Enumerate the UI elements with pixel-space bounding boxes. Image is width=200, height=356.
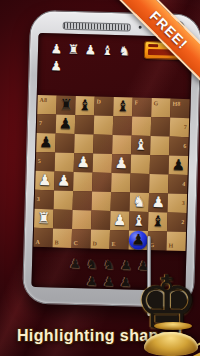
square-a1[interactable]: A [34, 228, 54, 248]
captured-black-knight: ♞ [83, 255, 100, 272]
speaker-grille [63, 22, 131, 32]
square-d5[interactable] [93, 153, 113, 173]
statue-gold-base [144, 332, 198, 356]
square-c1[interactable]: C [72, 229, 92, 249]
black-pawn-h5: ♟ [169, 156, 189, 176]
square-f4[interactable] [130, 174, 150, 194]
black-bishop-c8: ♝ [75, 96, 95, 116]
square-b8[interactable]: ♜ [56, 95, 76, 115]
square-e2[interactable]: ♟ [110, 211, 130, 231]
white-pawn-c5: ♟ [74, 153, 94, 173]
square-d3[interactable] [92, 191, 112, 211]
square-e6[interactable] [112, 135, 132, 155]
coordinate-label-d8: D [97, 99, 102, 105]
captured-black-pawn: ♟ [117, 256, 134, 273]
coordinate-label-h2: 2 [181, 219, 184, 225]
square-c5[interactable]: ♟ [74, 153, 94, 173]
captured-white-rook: ♜ [65, 41, 82, 58]
square-a4[interactable]: ♟ [35, 171, 55, 191]
white-knight-f3: ♞ [130, 193, 150, 213]
white-pawn-e5: ♟ [112, 154, 132, 174]
coordinate-label-e1: E [112, 241, 116, 247]
square-e8[interactable]: ♝ [113, 97, 133, 117]
square-e5[interactable]: ♟ [112, 154, 132, 174]
coordinate-label-c1: C [74, 240, 79, 246]
white-pawn-b4: ♟ [54, 171, 74, 191]
square-d7[interactable] [94, 115, 114, 135]
square-h5[interactable]: ♟ [169, 156, 189, 176]
coordinate-label-a8: A8 [40, 97, 48, 103]
captured-black-pawn: ♟ [117, 273, 134, 290]
square-b5[interactable] [55, 152, 75, 172]
square-f7[interactable] [132, 117, 152, 137]
square-e3[interactable] [111, 192, 131, 212]
square-f2[interactable]: ♝ [129, 212, 149, 232]
coordinate-label-a3: 3 [37, 196, 40, 202]
coordinate-label-a5: 5 [38, 158, 41, 164]
square-g8[interactable]: G [151, 98, 171, 118]
badge-text-line [148, 44, 158, 47]
square-a6[interactable]: ♟ [36, 133, 56, 153]
black-rook-b8: ♜ [56, 95, 76, 115]
captured-white-bishop: ♝ [99, 42, 116, 59]
square-b2[interactable] [53, 209, 73, 229]
chess-board: A8♜♝D♝FGH87♟7♟♝65♟♟♟♟♟43♞♟3♜♟♝♝2ABCDE♟GH [34, 95, 190, 251]
statue-gold-collar [154, 322, 192, 330]
coordinate-label-f8: F [134, 100, 138, 106]
white-pawn-a4: ♟ [35, 171, 55, 191]
black-pawn-b7: ♟ [56, 114, 76, 134]
coordinate-label-a7: 7 [39, 120, 42, 126]
square-e4[interactable] [111, 173, 131, 193]
square-c3[interactable] [73, 191, 93, 211]
square-h7[interactable]: 7 [170, 118, 190, 138]
square-d8[interactable]: D [94, 96, 114, 116]
king-statue: ♚ [142, 234, 200, 356]
black-bishop-g2: ♝ [148, 212, 168, 232]
square-d2[interactable] [91, 210, 111, 230]
square-f6[interactable]: ♝ [131, 136, 151, 156]
white-bishop-f2: ♝ [129, 212, 149, 232]
square-f3[interactable]: ♞ [130, 193, 150, 213]
square-e1[interactable]: E [109, 230, 129, 250]
square-h6[interactable]: 6 [169, 137, 189, 157]
square-a5[interactable]: 5 [36, 152, 56, 172]
square-f5[interactable] [131, 155, 151, 175]
square-d6[interactable] [93, 134, 113, 154]
square-d1[interactable]: D [90, 229, 110, 249]
square-b3[interactable] [54, 190, 74, 210]
black-bishop-e8: ♝ [113, 97, 133, 117]
square-g6[interactable] [150, 136, 170, 156]
coordinate-label-h4: 4 [182, 181, 185, 187]
white-bishop-f6: ♝ [131, 136, 151, 156]
square-a7[interactable]: 7 [37, 114, 57, 134]
square-b6[interactable] [55, 133, 75, 153]
square-c7[interactable] [75, 115, 95, 135]
square-c6[interactable] [74, 134, 94, 154]
captured-white-pawn: ♟ [48, 40, 65, 57]
coordinate-label-h6: 6 [183, 143, 186, 149]
coordinate-label-d1: D [93, 240, 98, 246]
square-a2[interactable]: ♜ [34, 209, 54, 229]
square-h2[interactable]: 2 [167, 213, 187, 233]
square-g7[interactable] [151, 117, 171, 137]
square-h3[interactable]: 3 [168, 194, 188, 214]
captured-white-pawn: ♟ [82, 41, 99, 58]
captured-black-pawn: ♟ [66, 255, 83, 272]
captured-black-pawn: ♟ [100, 273, 117, 290]
square-a3[interactable]: 3 [35, 190, 55, 210]
square-g3[interactable]: ♟ [149, 193, 169, 213]
square-e7[interactable] [113, 116, 133, 136]
square-c8[interactable]: ♝ [75, 96, 95, 116]
coordinate-label-b1: B [55, 239, 59, 245]
square-h8[interactable]: H8 [170, 99, 190, 119]
coordinate-label-h8: H8 [172, 101, 180, 107]
square-c4[interactable] [73, 172, 93, 192]
square-c2[interactable] [72, 210, 92, 230]
square-g2[interactable]: ♝ [148, 212, 168, 232]
coordinate-label-h3: 3 [182, 200, 185, 206]
square-g5[interactable] [150, 155, 170, 175]
captured-black-knight: ♞ [100, 256, 117, 273]
square-f8[interactable]: F [132, 98, 152, 118]
square-a8[interactable]: A8 [37, 95, 57, 115]
square-g4[interactable] [149, 174, 169, 194]
white-rook-a2: ♜ [34, 209, 54, 229]
sensor-dot [139, 26, 142, 29]
white-pawn-e2: ♟ [110, 211, 130, 231]
coordinate-label-g8: G [153, 100, 158, 106]
captured-black-pawn: ♟ [83, 272, 100, 289]
promo-screenshot: ♟♜♟♝♞♟ A8♜♝D♝FGH87♟7♟♝65♟♟♟♟♟43♞♟3♜♟♝♝2A… [0, 0, 200, 356]
coordinate-label-a1: A [36, 239, 41, 245]
square-d4[interactable] [92, 172, 112, 192]
white-pawn-g3: ♟ [149, 193, 169, 213]
square-b4[interactable]: ♟ [54, 171, 74, 191]
black-pawn-a6: ♟ [36, 133, 56, 153]
square-h4[interactable]: 4 [168, 175, 188, 195]
square-b1[interactable]: B [53, 228, 73, 248]
captured-white-pawn: ♟ [47, 57, 64, 74]
coordinate-label-h7: 7 [184, 124, 187, 130]
captured-white-knight: ♞ [116, 42, 133, 59]
square-b7[interactable]: ♟ [56, 114, 76, 134]
